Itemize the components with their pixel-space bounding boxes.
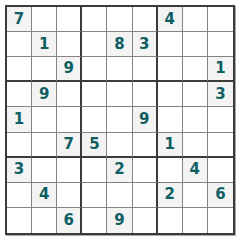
cell-r2c3[interactable] — [57, 32, 82, 57]
cell-r9c5: 9 — [107, 208, 132, 233]
cell-r8c7: 2 — [158, 183, 183, 208]
cell-r5c7[interactable] — [158, 107, 183, 132]
cell-r9c1[interactable] — [7, 208, 32, 233]
cell-r3c4[interactable] — [82, 57, 107, 82]
cell-r4c2: 9 — [32, 82, 57, 107]
cell-r4c1[interactable] — [7, 82, 32, 107]
cell-r2c2: 1 — [32, 32, 57, 57]
cell-r6c3: 7 — [57, 133, 82, 158]
cell-r2c9[interactable] — [208, 32, 233, 57]
cell-r2c4[interactable] — [82, 32, 107, 57]
cell-r5c5[interactable] — [107, 107, 132, 132]
cell-r7c9[interactable] — [208, 158, 233, 183]
cell-r1c5[interactable] — [107, 7, 132, 32]
cell-r1c3[interactable] — [57, 7, 82, 32]
cell-r7c3[interactable] — [57, 158, 82, 183]
cell-r6c7: 1 — [158, 133, 183, 158]
cell-r8c6[interactable] — [133, 183, 158, 208]
cell-r4c8[interactable] — [183, 82, 208, 107]
cell-r5c8[interactable] — [183, 107, 208, 132]
cell-r6c5[interactable] — [107, 133, 132, 158]
cell-r8c2: 4 — [32, 183, 57, 208]
cell-r7c4[interactable] — [82, 158, 107, 183]
cell-r9c3: 6 — [57, 208, 82, 233]
cell-r3c1[interactable] — [7, 57, 32, 82]
cell-r7c1: 3 — [7, 158, 32, 183]
cell-r3c9: 1 — [208, 57, 233, 82]
cell-r8c1[interactable] — [7, 183, 32, 208]
cell-r3c3: 9 — [57, 57, 82, 82]
cell-r5c3[interactable] — [57, 107, 82, 132]
cell-r9c6[interactable] — [133, 208, 158, 233]
cell-r5c4[interactable] — [82, 107, 107, 132]
cell-r8c9: 6 — [208, 183, 233, 208]
cell-r1c2[interactable] — [32, 7, 57, 32]
cell-r6c9[interactable] — [208, 133, 233, 158]
cell-r7c8: 4 — [183, 158, 208, 183]
cell-r2c5: 8 — [107, 32, 132, 57]
cell-r8c8[interactable] — [183, 183, 208, 208]
cell-r1c4[interactable] — [82, 7, 107, 32]
cell-r6c8[interactable] — [183, 133, 208, 158]
cell-r9c2[interactable] — [32, 208, 57, 233]
cell-r3c2[interactable] — [32, 57, 57, 82]
cell-r6c1[interactable] — [7, 133, 32, 158]
cell-r4c6[interactable] — [133, 82, 158, 107]
cell-r4c7[interactable] — [158, 82, 183, 107]
cell-r6c2[interactable] — [32, 133, 57, 158]
cell-r7c2[interactable] — [32, 158, 57, 183]
cell-r1c1: 7 — [7, 7, 32, 32]
cell-r7c6[interactable] — [133, 158, 158, 183]
cell-r3c5[interactable] — [107, 57, 132, 82]
cell-r6c4: 5 — [82, 133, 107, 158]
cell-r7c7[interactable] — [158, 158, 183, 183]
cell-r9c8[interactable] — [183, 208, 208, 233]
cell-r5c1: 1 — [7, 107, 32, 132]
cell-r8c5[interactable] — [107, 183, 132, 208]
cell-r4c5[interactable] — [107, 82, 132, 107]
sudoku-board-wrapper: 7418391931975132442669 — [5, 5, 235, 235]
cell-r7c5: 2 — [107, 158, 132, 183]
cell-r5c6: 9 — [133, 107, 158, 132]
cell-r3c6[interactable] — [133, 57, 158, 82]
cell-r8c4[interactable] — [82, 183, 107, 208]
cell-r1c9[interactable] — [208, 7, 233, 32]
cell-r2c7[interactable] — [158, 32, 183, 57]
cell-r1c7: 4 — [158, 7, 183, 32]
cell-r4c4[interactable] — [82, 82, 107, 107]
cell-r1c6[interactable] — [133, 7, 158, 32]
cell-r4c3[interactable] — [57, 82, 82, 107]
cell-r6c6[interactable] — [133, 133, 158, 158]
cell-r2c6: 3 — [133, 32, 158, 57]
cell-r2c8[interactable] — [183, 32, 208, 57]
cell-r5c9[interactable] — [208, 107, 233, 132]
cell-r9c4[interactable] — [82, 208, 107, 233]
cell-r3c7[interactable] — [158, 57, 183, 82]
cell-r3c8[interactable] — [183, 57, 208, 82]
cell-r4c9: 3 — [208, 82, 233, 107]
sudoku-board: 7418391931975132442669 — [5, 5, 235, 235]
cell-r9c9[interactable] — [208, 208, 233, 233]
cell-r1c8[interactable] — [183, 7, 208, 32]
cell-r2c1[interactable] — [7, 32, 32, 57]
cell-r9c7[interactable] — [158, 208, 183, 233]
cell-r5c2[interactable] — [32, 107, 57, 132]
cell-r8c3[interactable] — [57, 183, 82, 208]
